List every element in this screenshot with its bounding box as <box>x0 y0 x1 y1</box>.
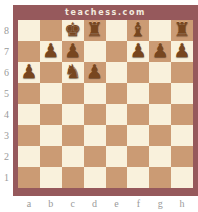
square-h7[interactable]: ♟ <box>171 41 193 62</box>
chess-board[interactable]: ♚♜♝♜♟♟♟♟♟♟♞♟ <box>18 20 193 188</box>
board-frame: teachess.com ♚♜♝♜♟♟♟♟♟♟♞♟ <box>13 5 198 196</box>
square-g7[interactable]: ♟ <box>149 41 171 62</box>
square-g6[interactable] <box>149 62 171 83</box>
file-label-b: b <box>40 197 62 210</box>
piece-black-pawn[interactable]: ♟ <box>20 62 37 81</box>
chess-diagram: 87654321 teachess.com ♚♜♝♜♟♟♟♟♟♟♞♟ abcde… <box>0 0 198 212</box>
rank-label-6: 6 <box>0 62 13 83</box>
file-label-f: f <box>127 197 149 210</box>
rank-labels: 87654321 <box>0 20 13 188</box>
square-e2[interactable] <box>106 146 128 167</box>
square-h3[interactable] <box>171 125 193 146</box>
square-g4[interactable] <box>149 104 171 125</box>
square-f4[interactable] <box>127 104 149 125</box>
piece-black-rook[interactable]: ♜ <box>174 20 191 39</box>
rank-label-2: 2 <box>0 146 13 167</box>
piece-black-king[interactable]: ♚ <box>64 20 81 39</box>
square-d2[interactable] <box>84 146 106 167</box>
rank-label-5: 5 <box>0 83 13 104</box>
square-a5[interactable] <box>18 83 40 104</box>
rank-label-4: 4 <box>0 104 13 125</box>
piece-black-pawn[interactable]: ♟ <box>86 62 103 81</box>
square-h4[interactable] <box>171 104 193 125</box>
square-b5[interactable] <box>40 83 62 104</box>
file-labels: abcdefgh <box>18 197 193 210</box>
square-a7[interactable] <box>18 41 40 62</box>
square-f3[interactable] <box>127 125 149 146</box>
square-g2[interactable] <box>149 146 171 167</box>
square-b7[interactable]: ♟ <box>40 41 62 62</box>
piece-black-pawn[interactable]: ♟ <box>130 41 147 60</box>
file-label-h: h <box>171 197 193 210</box>
file-label-e: e <box>106 197 128 210</box>
square-d4[interactable] <box>84 104 106 125</box>
square-f7[interactable]: ♟ <box>127 41 149 62</box>
piece-black-pawn[interactable]: ♟ <box>174 41 191 60</box>
square-g1[interactable] <box>149 167 171 188</box>
square-a1[interactable] <box>18 167 40 188</box>
square-f1[interactable] <box>127 167 149 188</box>
piece-black-knight[interactable]: ♞ <box>64 62 81 81</box>
piece-black-pawn[interactable]: ♟ <box>42 41 59 60</box>
square-g5[interactable] <box>149 83 171 104</box>
square-b3[interactable] <box>40 125 62 146</box>
square-c8[interactable]: ♚ <box>62 20 84 41</box>
piece-black-bishop[interactable]: ♝ <box>130 20 147 39</box>
square-c1[interactable] <box>62 167 84 188</box>
square-d1[interactable] <box>84 167 106 188</box>
file-label-g: g <box>149 197 171 210</box>
square-d7[interactable] <box>84 41 106 62</box>
square-d5[interactable] <box>84 83 106 104</box>
square-b1[interactable] <box>40 167 62 188</box>
square-f6[interactable] <box>127 62 149 83</box>
square-b6[interactable] <box>40 62 62 83</box>
square-f5[interactable] <box>127 83 149 104</box>
square-e4[interactable] <box>106 104 128 125</box>
file-label-a: a <box>18 197 40 210</box>
square-e3[interactable] <box>106 125 128 146</box>
square-b2[interactable] <box>40 146 62 167</box>
rank-label-7: 7 <box>0 41 13 62</box>
square-f8[interactable]: ♝ <box>127 20 149 41</box>
square-h8[interactable]: ♜ <box>171 20 193 41</box>
square-a8[interactable] <box>18 20 40 41</box>
rank-label-1: 1 <box>0 167 13 188</box>
square-c2[interactable] <box>62 146 84 167</box>
square-e7[interactable] <box>106 41 128 62</box>
square-c4[interactable] <box>62 104 84 125</box>
square-d6[interactable]: ♟ <box>84 62 106 83</box>
square-a6[interactable]: ♟ <box>18 62 40 83</box>
square-h2[interactable] <box>171 146 193 167</box>
square-e5[interactable] <box>106 83 128 104</box>
square-h5[interactable] <box>171 83 193 104</box>
square-d3[interactable] <box>84 125 106 146</box>
piece-black-pawn[interactable]: ♟ <box>64 41 81 60</box>
square-c7[interactable]: ♟ <box>62 41 84 62</box>
rank-label-3: 3 <box>0 125 13 146</box>
square-c6[interactable]: ♞ <box>62 62 84 83</box>
square-g8[interactable] <box>149 20 171 41</box>
square-h6[interactable] <box>171 62 193 83</box>
square-b4[interactable] <box>40 104 62 125</box>
piece-black-pawn[interactable]: ♟ <box>152 41 169 60</box>
square-a3[interactable] <box>18 125 40 146</box>
site-title: teachess.com <box>13 5 198 20</box>
square-e8[interactable] <box>106 20 128 41</box>
square-e1[interactable] <box>106 167 128 188</box>
square-f2[interactable] <box>127 146 149 167</box>
rank-label-8: 8 <box>0 20 13 41</box>
square-e6[interactable] <box>106 62 128 83</box>
file-label-d: d <box>84 197 106 210</box>
square-d8[interactable]: ♜ <box>84 20 106 41</box>
square-h1[interactable] <box>171 167 193 188</box>
piece-black-rook[interactable]: ♜ <box>86 20 103 39</box>
file-label-c: c <box>62 197 84 210</box>
square-c5[interactable] <box>62 83 84 104</box>
square-g3[interactable] <box>149 125 171 146</box>
square-a4[interactable] <box>18 104 40 125</box>
square-a2[interactable] <box>18 146 40 167</box>
square-b8[interactable] <box>40 20 62 41</box>
square-c3[interactable] <box>62 125 84 146</box>
